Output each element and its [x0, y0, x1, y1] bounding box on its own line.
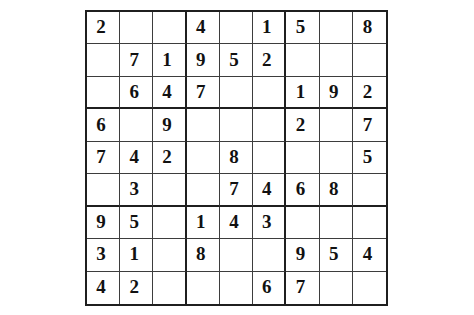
- given-digit: 4: [363, 244, 373, 263]
- given-digit: 4: [130, 147, 140, 166]
- cell-r6c7[interactable]: 6: [286, 174, 319, 206]
- cell-r9c2[interactable]: 2: [120, 272, 153, 304]
- given-digit: 8: [363, 17, 373, 36]
- cell-r6c3[interactable]: [153, 174, 186, 206]
- cell-r5c7[interactable]: [286, 142, 319, 174]
- cell-r7c8[interactable]: [320, 207, 353, 239]
- cell-r1c4[interactable]: 4: [187, 12, 220, 44]
- cell-r9c9[interactable]: [353, 272, 386, 304]
- cell-r6c1[interactable]: [87, 174, 120, 206]
- cell-r5c1[interactable]: 7: [87, 142, 120, 174]
- cell-r1c8[interactable]: [320, 12, 353, 44]
- cell-r4c3[interactable]: 9: [153, 109, 186, 141]
- cell-r7c6[interactable]: 3: [253, 207, 286, 239]
- given-digit: 1: [262, 17, 272, 36]
- cell-r7c9[interactable]: [353, 207, 386, 239]
- cell-r8c5[interactable]: [220, 239, 253, 271]
- cell-r4c7[interactable]: 2: [286, 109, 319, 141]
- cell-r2c6[interactable]: 2: [253, 44, 286, 76]
- cell-r3c3[interactable]: 4: [153, 77, 186, 109]
- given-digit: 5: [229, 50, 239, 69]
- cell-r1c6[interactable]: 1: [253, 12, 286, 44]
- cell-r6c2[interactable]: 3: [120, 174, 153, 206]
- cell-r6c9[interactable]: [353, 174, 386, 206]
- cell-r9c5[interactable]: [220, 272, 253, 304]
- cell-r7c3[interactable]: [153, 207, 186, 239]
- cell-r3c7[interactable]: 1: [286, 77, 319, 109]
- given-digit: 7: [196, 82, 206, 101]
- cell-r2c9[interactable]: [353, 44, 386, 76]
- cell-r9c7[interactable]: 7: [286, 272, 319, 304]
- cell-r7c5[interactable]: 4: [220, 207, 253, 239]
- cell-r4c4[interactable]: [187, 109, 220, 141]
- given-digit: 5: [329, 244, 339, 263]
- cell-r8c7[interactable]: 9: [286, 239, 319, 271]
- cell-r3c5[interactable]: [220, 77, 253, 109]
- cell-r4c5[interactable]: [220, 109, 253, 141]
- cell-r9c6[interactable]: 6: [253, 272, 286, 304]
- given-digit: 4: [162, 82, 172, 101]
- cell-r5c8[interactable]: [320, 142, 353, 174]
- given-digit: 6: [296, 179, 306, 198]
- given-digit: 5: [363, 147, 373, 166]
- given-digit: 3: [130, 179, 140, 198]
- cell-r2c1[interactable]: [87, 44, 120, 76]
- cell-r1c3[interactable]: [153, 12, 186, 44]
- cell-r8c6[interactable]: [253, 239, 286, 271]
- cell-r5c5[interactable]: 8: [220, 142, 253, 174]
- cell-r3c8[interactable]: 9: [320, 77, 353, 109]
- page: 2415871952647192692774285374689514331895…: [0, 0, 474, 315]
- cell-r9c4[interactable]: [187, 272, 220, 304]
- cell-r2c3[interactable]: 1: [153, 44, 186, 76]
- cell-r2c2[interactable]: 7: [120, 44, 153, 76]
- given-digit: 5: [130, 212, 140, 231]
- cell-r1c7[interactable]: 5: [286, 12, 319, 44]
- cell-r4c2[interactable]: [120, 109, 153, 141]
- given-digit: 2: [262, 50, 272, 69]
- given-digit: 2: [162, 147, 172, 166]
- cell-r1c5[interactable]: [220, 12, 253, 44]
- cell-r8c3[interactable]: [153, 239, 186, 271]
- cell-r7c2[interactable]: 5: [120, 207, 153, 239]
- cell-r2c7[interactable]: [286, 44, 319, 76]
- cell-r7c4[interactable]: 1: [187, 207, 220, 239]
- cell-r7c1[interactable]: 9: [87, 207, 120, 239]
- given-digit: 2: [96, 17, 106, 36]
- cell-r5c4[interactable]: [187, 142, 220, 174]
- cell-r2c4[interactable]: 9: [187, 44, 220, 76]
- given-digit: 9: [329, 82, 339, 101]
- cell-r6c5[interactable]: 7: [220, 174, 253, 206]
- cell-r3c2[interactable]: 6: [120, 77, 153, 109]
- cell-r6c6[interactable]: 4: [253, 174, 286, 206]
- given-digit: 9: [296, 244, 306, 263]
- given-digit: 1: [130, 244, 140, 263]
- given-digit: 6: [96, 115, 106, 134]
- given-digit: 7: [363, 115, 373, 134]
- cell-r1c9[interactable]: 8: [353, 12, 386, 44]
- cell-r8c1[interactable]: 3: [87, 239, 120, 271]
- given-digit: 6: [130, 82, 140, 101]
- cell-r6c4[interactable]: [187, 174, 220, 206]
- cell-r8c8[interactable]: 5: [320, 239, 353, 271]
- given-digit: 1: [296, 82, 306, 101]
- given-digit: 6: [262, 277, 272, 296]
- cell-r1c1[interactable]: 2: [87, 12, 120, 44]
- cell-r4c8[interactable]: [320, 109, 353, 141]
- given-digit: 1: [196, 212, 206, 231]
- given-digit: 4: [96, 277, 106, 296]
- given-digit: 4: [196, 17, 206, 36]
- given-digit: 9: [162, 115, 172, 134]
- given-digit: 3: [96, 244, 106, 263]
- cell-r9c3[interactable]: [153, 272, 186, 304]
- given-digit: 4: [262, 179, 272, 198]
- cell-r2c5[interactable]: 5: [220, 44, 253, 76]
- given-digit: 5: [296, 17, 306, 36]
- cell-r5c3[interactable]: 2: [153, 142, 186, 174]
- given-digit: 9: [196, 50, 206, 69]
- cell-r8c4[interactable]: 8: [187, 239, 220, 271]
- cell-r3c1[interactable]: [87, 77, 120, 109]
- cell-r1c2[interactable]: [120, 12, 153, 44]
- cell-r8c2[interactable]: 1: [120, 239, 153, 271]
- given-digit: 7: [296, 277, 306, 296]
- cell-r7c7[interactable]: [286, 207, 319, 239]
- given-digit: 8: [329, 179, 339, 198]
- given-digit: 4: [229, 212, 239, 231]
- cell-r3c4[interactable]: 7: [187, 77, 220, 109]
- cell-r5c2[interactable]: 4: [120, 142, 153, 174]
- cell-r5c9[interactable]: 5: [353, 142, 386, 174]
- cell-r4c1[interactable]: 6: [87, 109, 120, 141]
- cell-r9c8[interactable]: [320, 272, 353, 304]
- given-digit: 1: [162, 50, 172, 69]
- given-digit: 7: [130, 50, 140, 69]
- cell-r6c8[interactable]: 8: [320, 174, 353, 206]
- cell-r2c8[interactable]: [320, 44, 353, 76]
- given-digit: 7: [96, 147, 106, 166]
- cell-r9c1[interactable]: 4: [87, 272, 120, 304]
- cell-r5c6[interactable]: [253, 142, 286, 174]
- given-digit: 7: [229, 179, 239, 198]
- given-digit: 8: [196, 244, 206, 263]
- given-digit: 2: [130, 277, 140, 296]
- given-digit: 8: [229, 147, 239, 166]
- given-digit: 2: [363, 82, 373, 101]
- cell-r3c6[interactable]: [253, 77, 286, 109]
- given-digit: 2: [296, 115, 306, 134]
- cell-r8c9[interactable]: 4: [353, 239, 386, 271]
- cell-r4c9[interactable]: 7: [353, 109, 386, 141]
- cell-r3c9[interactable]: 2: [353, 77, 386, 109]
- sudoku-board: 2415871952647192692774285374689514331895…: [85, 10, 388, 306]
- cell-r4c6[interactable]: [253, 109, 286, 141]
- given-digit: 9: [96, 212, 106, 231]
- given-digit: 3: [262, 212, 272, 231]
